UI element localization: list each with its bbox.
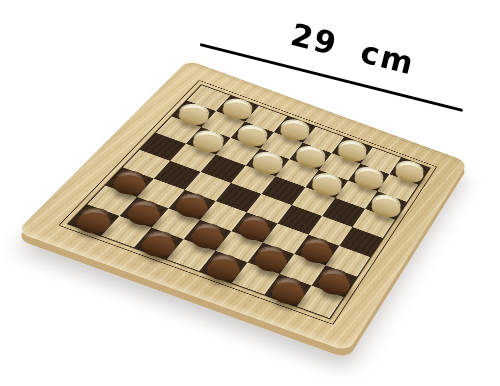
checkers-board: ⛀⛀⛀⛀⛀⛀⛀⛀⛀⛀⛀⛀⛂⛂⛂⛂⛂⛂⛂⛂⛂⛂⛂⛂ bbox=[16, 60, 468, 352]
product-image[interactable]: ⛀⛀⛀⛀⛀⛀⛀⛀⛀⛀⛀⛀⛂⛂⛂⛂⛂⛂⛂⛂⛂⛂⛂⛂ 29 cm bbox=[0, 0, 500, 386]
